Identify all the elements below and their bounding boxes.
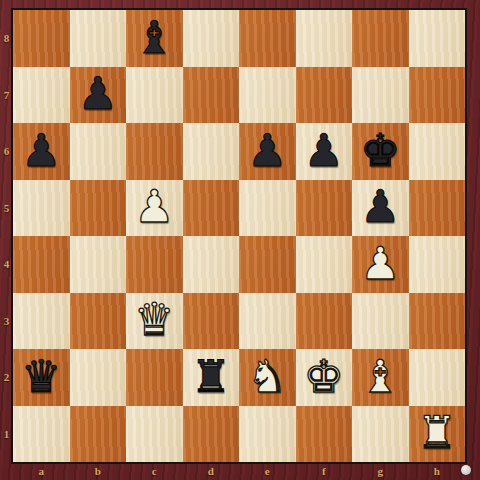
square-c6[interactable] xyxy=(126,123,183,180)
square-a7[interactable] xyxy=(13,67,70,124)
black-pawn-a6[interactable]: ♟ xyxy=(21,128,61,173)
square-h2[interactable] xyxy=(409,349,466,406)
black-queen-a2[interactable]: ♛ xyxy=(21,354,61,399)
square-a5[interactable] xyxy=(13,180,70,237)
rank-label-2: 2 xyxy=(0,349,13,406)
square-e7[interactable] xyxy=(239,67,296,124)
square-f3[interactable] xyxy=(296,293,353,350)
square-g6[interactable]: ♚ xyxy=(352,123,409,180)
black-king-g6[interactable]: ♚ xyxy=(360,128,400,173)
square-b5[interactable] xyxy=(70,180,127,237)
rank-label-4: 4 xyxy=(0,236,13,293)
square-g5[interactable]: ♟ xyxy=(352,180,409,237)
square-f4[interactable] xyxy=(296,236,353,293)
square-d7[interactable] xyxy=(183,67,240,124)
square-a2[interactable]: ♛ xyxy=(13,349,70,406)
square-e6[interactable]: ♟ xyxy=(239,123,296,180)
square-b6[interactable] xyxy=(70,123,127,180)
square-b4[interactable] xyxy=(70,236,127,293)
white-pawn-g4[interactable]: ♟ xyxy=(360,241,400,286)
square-c5[interactable]: ♟ xyxy=(126,180,183,237)
rank-label-7: 7 xyxy=(0,67,13,124)
rank-label-3: 3 xyxy=(0,293,13,350)
black-pawn-b7[interactable]: ♟ xyxy=(78,71,118,116)
square-d6[interactable] xyxy=(183,123,240,180)
square-a3[interactable] xyxy=(13,293,70,350)
white-to-move-indicator xyxy=(461,465,471,475)
file-labels: abcdefgh xyxy=(13,462,465,480)
black-pawn-g5[interactable]: ♟ xyxy=(360,184,400,229)
square-b1[interactable] xyxy=(70,406,127,463)
square-e8[interactable] xyxy=(239,10,296,67)
square-g1[interactable] xyxy=(352,406,409,463)
square-f1[interactable] xyxy=(296,406,353,463)
white-rook-h1[interactable]: ♜ xyxy=(417,410,457,455)
file-label-c: c xyxy=(126,462,183,480)
square-c3[interactable]: ♛ xyxy=(126,293,183,350)
square-c7[interactable] xyxy=(126,67,183,124)
rank-labels: 87654321 xyxy=(0,10,13,462)
chessboard: ♝♟♟♟♟♚♟♟♟♛♛♜♞♚♝♜ xyxy=(13,10,465,462)
file-label-b: b xyxy=(70,462,127,480)
square-e4[interactable] xyxy=(239,236,296,293)
square-f7[interactable] xyxy=(296,67,353,124)
file-label-e: e xyxy=(239,462,296,480)
chessboard-frame: ♝♟♟♟♟♚♟♟♟♛♛♜♞♚♝♜ 87654321 abcdefgh xyxy=(0,0,480,480)
square-d4[interactable] xyxy=(183,236,240,293)
square-d1[interactable] xyxy=(183,406,240,463)
white-bishop-g2[interactable]: ♝ xyxy=(360,354,400,399)
rank-label-5: 5 xyxy=(0,180,13,237)
board-outline: ♝♟♟♟♟♚♟♟♟♛♛♜♞♚♝♜ xyxy=(11,8,467,464)
square-f2[interactable]: ♚ xyxy=(296,349,353,406)
square-h7[interactable] xyxy=(409,67,466,124)
square-h8[interactable] xyxy=(409,10,466,67)
file-label-f: f xyxy=(296,462,353,480)
file-label-d: d xyxy=(183,462,240,480)
square-a1[interactable] xyxy=(13,406,70,463)
black-pawn-e6[interactable]: ♟ xyxy=(247,128,287,173)
square-f5[interactable] xyxy=(296,180,353,237)
square-b3[interactable] xyxy=(70,293,127,350)
square-g4[interactable]: ♟ xyxy=(352,236,409,293)
black-pawn-f6[interactable]: ♟ xyxy=(304,128,344,173)
square-h3[interactable] xyxy=(409,293,466,350)
square-b8[interactable] xyxy=(70,10,127,67)
square-d3[interactable] xyxy=(183,293,240,350)
white-queen-c3[interactable]: ♛ xyxy=(134,297,174,342)
square-e5[interactable] xyxy=(239,180,296,237)
square-g8[interactable] xyxy=(352,10,409,67)
square-h4[interactable] xyxy=(409,236,466,293)
square-a8[interactable] xyxy=(13,10,70,67)
white-knight-e2[interactable]: ♞ xyxy=(247,354,287,399)
square-d5[interactable] xyxy=(183,180,240,237)
square-g7[interactable] xyxy=(352,67,409,124)
square-h1[interactable]: ♜ xyxy=(409,406,466,463)
file-label-h: h xyxy=(409,462,466,480)
square-f8[interactable] xyxy=(296,10,353,67)
rank-label-8: 8 xyxy=(0,10,13,67)
square-a4[interactable] xyxy=(13,236,70,293)
black-bishop-c8[interactable]: ♝ xyxy=(134,15,174,60)
square-a6[interactable]: ♟ xyxy=(13,123,70,180)
square-b2[interactable] xyxy=(70,349,127,406)
square-g2[interactable]: ♝ xyxy=(352,349,409,406)
white-pawn-c5[interactable]: ♟ xyxy=(134,184,174,229)
file-label-g: g xyxy=(352,462,409,480)
square-d8[interactable] xyxy=(183,10,240,67)
white-king-f2[interactable]: ♚ xyxy=(304,354,344,399)
rank-label-6: 6 xyxy=(0,123,13,180)
rank-label-1: 1 xyxy=(0,406,13,463)
square-e2[interactable]: ♞ xyxy=(239,349,296,406)
square-c2[interactable] xyxy=(126,349,183,406)
square-e1[interactable] xyxy=(239,406,296,463)
square-c1[interactable] xyxy=(126,406,183,463)
black-rook-d2[interactable]: ♜ xyxy=(191,354,231,399)
square-h6[interactable] xyxy=(409,123,466,180)
square-b7[interactable]: ♟ xyxy=(70,67,127,124)
square-c4[interactable] xyxy=(126,236,183,293)
square-d2[interactable]: ♜ xyxy=(183,349,240,406)
file-label-a: a xyxy=(13,462,70,480)
square-f6[interactable]: ♟ xyxy=(296,123,353,180)
square-h5[interactable] xyxy=(409,180,466,237)
square-c8[interactable]: ♝ xyxy=(126,10,183,67)
square-g3[interactable] xyxy=(352,293,409,350)
square-e3[interactable] xyxy=(239,293,296,350)
